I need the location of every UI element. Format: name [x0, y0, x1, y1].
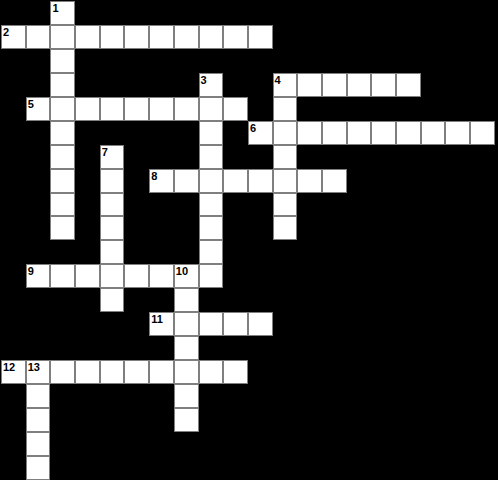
- white-cell-r16c7[interactable]: [174, 384, 199, 408]
- black-cell-r5c7: [174, 121, 199, 145]
- black-cell-r13c12: [297, 312, 322, 336]
- black-cell-r14c12: [297, 336, 322, 360]
- black-cell-r15c16: [396, 360, 421, 384]
- white-cell-r4c4[interactable]: [100, 97, 125, 121]
- black-cell-r2c15: [371, 49, 396, 73]
- black-cell-r12c19: [470, 288, 495, 312]
- black-cell-r9c9: [223, 216, 248, 240]
- white-cell-r10c4[interactable]: [100, 240, 125, 264]
- white-cell-r1c5[interactable]: [124, 25, 149, 49]
- black-cell-r5c4: [100, 121, 125, 145]
- black-cell-r8c1: [26, 193, 51, 217]
- black-cell-r6c14: [347, 145, 372, 169]
- black-cell-r19c6: [149, 456, 174, 480]
- black-cell-r4c17: [421, 97, 446, 121]
- black-cell-r12c9: [223, 288, 248, 312]
- black-cell-r11c18: [445, 264, 470, 288]
- white-cell-r15c8[interactable]: [199, 360, 224, 384]
- white-cell-r4c7[interactable]: [174, 97, 199, 121]
- white-cell-r9c11[interactable]: [273, 216, 298, 240]
- black-cell-r5c1: [26, 121, 51, 145]
- white-cell-r5c2[interactable]: [50, 121, 75, 145]
- black-cell-r6c6: [149, 145, 174, 169]
- white-cell-r7c10[interactable]: [248, 169, 273, 193]
- black-cell-r16c14: [347, 384, 372, 408]
- white-cell-r1c0[interactable]: 2: [1, 25, 26, 49]
- black-cell-r13c16: [396, 312, 421, 336]
- black-cell-r13c13: [322, 312, 347, 336]
- black-cell-r11c15: [371, 264, 396, 288]
- black-cell-r17c5: [124, 408, 149, 432]
- white-cell-r11c2[interactable]: [50, 264, 75, 288]
- black-cell-r8c10: [248, 193, 273, 217]
- white-cell-r12c4[interactable]: [100, 288, 125, 312]
- white-cell-r8c8[interactable]: [199, 193, 224, 217]
- black-cell-r14c18: [445, 336, 470, 360]
- black-cell-r13c1: [26, 312, 51, 336]
- clue-number-1: 1: [52, 2, 58, 14]
- black-cell-r10c14: [347, 240, 372, 264]
- white-cell-r13c8[interactable]: [199, 312, 224, 336]
- white-cell-r15c3[interactable]: [75, 360, 100, 384]
- black-cell-r11c13: [322, 264, 347, 288]
- black-cell-r17c6: [149, 408, 174, 432]
- black-cell-r9c0: [1, 216, 26, 240]
- black-cell-r4c18: [445, 97, 470, 121]
- white-cell-r7c4[interactable]: [100, 169, 125, 193]
- black-cell-r7c18: [445, 169, 470, 193]
- black-cell-r17c17: [421, 408, 446, 432]
- white-cell-r1c4[interactable]: [100, 25, 125, 49]
- black-cell-r8c7: [174, 193, 199, 217]
- white-cell-r7c12[interactable]: [297, 169, 322, 193]
- black-cell-r0c10: [248, 1, 273, 25]
- white-cell-r1c1[interactable]: [26, 25, 51, 49]
- black-cell-r10c17: [421, 240, 446, 264]
- black-cell-r15c14: [347, 360, 372, 384]
- white-cell-r15c9[interactable]: [223, 360, 248, 384]
- white-cell-r11c3[interactable]: [75, 264, 100, 288]
- black-cell-r8c5: [124, 193, 149, 217]
- white-cell-r1c7[interactable]: [174, 25, 199, 49]
- white-cell-r15c6[interactable]: [149, 360, 174, 384]
- white-cell-r7c8[interactable]: [199, 169, 224, 193]
- black-cell-r14c5: [124, 336, 149, 360]
- white-cell-r4c3[interactable]: [75, 97, 100, 121]
- white-cell-r3c2[interactable]: [50, 73, 75, 97]
- black-cell-r8c3: [75, 193, 100, 217]
- black-cell-r3c18: [445, 73, 470, 97]
- white-cell-r5c16[interactable]: [396, 121, 421, 145]
- black-cell-r18c12: [297, 432, 322, 456]
- clue-number-11: 11: [151, 313, 163, 325]
- white-cell-r4c6[interactable]: [149, 97, 174, 121]
- black-cell-r19c5: [124, 456, 149, 480]
- black-cell-r8c13: [322, 193, 347, 217]
- black-cell-r16c19: [470, 384, 495, 408]
- white-cell-r11c1[interactable]: 9: [26, 264, 51, 288]
- black-cell-r14c17: [421, 336, 446, 360]
- black-cell-r10c7: [174, 240, 199, 264]
- clue-number-10: 10: [176, 265, 188, 277]
- white-cell-r0c2[interactable]: 1: [50, 1, 75, 25]
- black-cell-r14c13: [322, 336, 347, 360]
- black-cell-r0c5: [124, 1, 149, 25]
- black-cell-r0c4: [100, 1, 125, 25]
- white-cell-r7c13[interactable]: [322, 169, 347, 193]
- black-cell-r12c6: [149, 288, 174, 312]
- white-cell-r18c1[interactable]: [26, 432, 51, 456]
- black-cell-r9c5: [124, 216, 149, 240]
- black-cell-r17c15: [371, 408, 396, 432]
- black-cell-r5c0: [1, 121, 26, 145]
- black-cell-r16c5: [124, 384, 149, 408]
- black-cell-r11c12: [297, 264, 322, 288]
- white-cell-r5c15[interactable]: [371, 121, 396, 145]
- white-cell-r3c13[interactable]: [322, 73, 347, 97]
- black-cell-r12c12: [297, 288, 322, 312]
- white-cell-r7c7[interactable]: [174, 169, 199, 193]
- clue-number-12: 12: [3, 361, 15, 373]
- black-cell-r18c19: [470, 432, 495, 456]
- white-cell-r13c9[interactable]: [223, 312, 248, 336]
- black-cell-r19c19: [470, 456, 495, 480]
- black-cell-r0c13: [322, 1, 347, 25]
- white-cell-r6c11[interactable]: [273, 145, 298, 169]
- white-cell-r10c8[interactable]: [199, 240, 224, 264]
- white-cell-r17c7[interactable]: [174, 408, 199, 432]
- black-cell-r19c14: [347, 456, 372, 480]
- black-cell-r4c0: [1, 97, 26, 121]
- black-cell-r1c13: [322, 25, 347, 49]
- white-cell-r4c1[interactable]: 5: [26, 97, 51, 121]
- black-cell-r11c16: [396, 264, 421, 288]
- black-cell-r19c13: [322, 456, 347, 480]
- white-cell-r7c6[interactable]: 8: [149, 169, 174, 193]
- black-cell-r8c9: [223, 193, 248, 217]
- black-cell-r1c18: [445, 25, 470, 49]
- black-cell-r19c2: [50, 456, 75, 480]
- black-cell-r13c19: [470, 312, 495, 336]
- black-cell-r10c9: [223, 240, 248, 264]
- black-cell-r4c14: [347, 97, 372, 121]
- black-cell-r10c12: [297, 240, 322, 264]
- black-cell-r1c11: [273, 25, 298, 49]
- white-cell-r15c4[interactable]: [100, 360, 125, 384]
- white-cell-r5c13[interactable]: [322, 121, 347, 145]
- black-cell-r6c19: [470, 145, 495, 169]
- black-cell-r18c17: [421, 432, 446, 456]
- white-cell-r19c1[interactable]: [26, 456, 51, 480]
- black-cell-r13c4: [100, 312, 125, 336]
- white-cell-r9c2[interactable]: [50, 216, 75, 240]
- black-cell-r0c7: [174, 1, 199, 25]
- black-cell-r5c9: [223, 121, 248, 145]
- black-cell-r7c1: [26, 169, 51, 193]
- black-cell-r17c18: [445, 408, 470, 432]
- black-cell-r13c14: [347, 312, 372, 336]
- white-cell-r1c9[interactable]: [223, 25, 248, 49]
- white-cell-r4c2[interactable]: [50, 97, 75, 121]
- black-cell-r10c11: [273, 240, 298, 264]
- clue-number-6: 6: [250, 122, 256, 134]
- white-cell-r4c5[interactable]: [124, 97, 149, 121]
- black-cell-r17c16: [396, 408, 421, 432]
- clue-number-13: 13: [28, 361, 40, 373]
- black-cell-r18c9: [223, 432, 248, 456]
- black-cell-r1c15: [371, 25, 396, 49]
- white-cell-r5c18[interactable]: [445, 121, 470, 145]
- black-cell-r2c9: [223, 49, 248, 73]
- black-cell-r1c14: [347, 25, 372, 49]
- black-cell-r13c3: [75, 312, 100, 336]
- white-cell-r3c8[interactable]: 3: [199, 73, 224, 97]
- black-cell-r15c13: [322, 360, 347, 384]
- black-cell-r4c13: [322, 97, 347, 121]
- white-cell-r1c10[interactable]: [248, 25, 273, 49]
- white-cell-r11c5[interactable]: [124, 264, 149, 288]
- black-cell-r14c8: [199, 336, 224, 360]
- black-cell-r2c16: [396, 49, 421, 73]
- black-cell-r18c16: [396, 432, 421, 456]
- black-cell-r14c16: [396, 336, 421, 360]
- black-cell-r16c11: [273, 384, 298, 408]
- black-cell-r13c5: [124, 312, 149, 336]
- black-cell-r16c6: [149, 384, 174, 408]
- black-cell-r2c19: [470, 49, 495, 73]
- black-cell-r8c16: [396, 193, 421, 217]
- black-cell-r2c17: [421, 49, 446, 73]
- white-cell-r5c19[interactable]: [470, 121, 495, 145]
- black-cell-r0c3: [75, 1, 100, 25]
- black-cell-r8c18: [445, 193, 470, 217]
- white-cell-r4c8[interactable]: [199, 97, 224, 121]
- black-cell-r19c18: [445, 456, 470, 480]
- white-cell-r2c2[interactable]: [50, 49, 75, 73]
- white-cell-r15c2[interactable]: [50, 360, 75, 384]
- black-cell-r9c1: [26, 216, 51, 240]
- black-cell-r10c10: [248, 240, 273, 264]
- black-cell-r8c12: [297, 193, 322, 217]
- black-cell-r11c11: [273, 264, 298, 288]
- black-cell-r0c12: [297, 1, 322, 25]
- black-cell-r4c16: [396, 97, 421, 121]
- black-cell-r10c1: [26, 240, 51, 264]
- black-cell-r18c7: [174, 432, 199, 456]
- black-cell-r2c10: [248, 49, 273, 73]
- black-cell-r12c1: [26, 288, 51, 312]
- white-cell-r15c0[interactable]: 12: [1, 360, 26, 384]
- black-cell-r1c16: [396, 25, 421, 49]
- black-cell-r0c14: [347, 1, 372, 25]
- black-cell-r14c15: [371, 336, 396, 360]
- black-cell-r19c7: [174, 456, 199, 480]
- clue-number-4: 4: [275, 74, 281, 86]
- black-cell-r13c15: [371, 312, 396, 336]
- clue-number-7: 7: [102, 146, 108, 158]
- black-cell-r3c7: [174, 73, 199, 97]
- black-cell-r12c0: [1, 288, 26, 312]
- black-cell-r17c4: [100, 408, 125, 432]
- white-cell-r4c9[interactable]: [223, 97, 248, 121]
- black-cell-r14c1: [26, 336, 51, 360]
- white-cell-r3c14[interactable]: [347, 73, 372, 97]
- white-cell-r11c6[interactable]: [149, 264, 174, 288]
- black-cell-r18c0: [1, 432, 26, 456]
- black-cell-r14c3: [75, 336, 100, 360]
- clue-number-8: 8: [151, 170, 157, 182]
- white-cell-r5c12[interactable]: [297, 121, 322, 145]
- black-cell-r2c12: [297, 49, 322, 73]
- white-cell-r1c2[interactable]: [50, 25, 75, 49]
- white-cell-r1c8[interactable]: [199, 25, 224, 49]
- black-cell-r2c1: [26, 49, 51, 73]
- black-cell-r14c6: [149, 336, 174, 360]
- black-cell-r11c0: [1, 264, 26, 288]
- white-cell-r1c3[interactable]: [75, 25, 100, 49]
- black-cell-r19c11: [273, 456, 298, 480]
- black-cell-r0c0: [1, 1, 26, 25]
- black-cell-r2c8: [199, 49, 224, 73]
- black-cell-r6c3: [75, 145, 100, 169]
- black-cell-r18c15: [371, 432, 396, 456]
- white-cell-r17c1[interactable]: [26, 408, 51, 432]
- black-cell-r19c10: [248, 456, 273, 480]
- white-cell-r6c8[interactable]: [199, 145, 224, 169]
- black-cell-r4c19: [470, 97, 495, 121]
- black-cell-r14c4: [100, 336, 125, 360]
- white-cell-r3c11[interactable]: 4: [273, 73, 298, 97]
- white-cell-r5c10[interactable]: 6: [248, 121, 273, 145]
- white-cell-r6c2[interactable]: [50, 145, 75, 169]
- black-cell-r3c0: [1, 73, 26, 97]
- black-cell-r0c8: [199, 1, 224, 25]
- black-cell-r15c12: [297, 360, 322, 384]
- black-cell-r0c9: [223, 1, 248, 25]
- black-cell-r1c12: [297, 25, 322, 49]
- white-cell-r7c2[interactable]: [50, 169, 75, 193]
- black-cell-r11c17: [421, 264, 446, 288]
- black-cell-r6c17: [421, 145, 446, 169]
- black-cell-r9c16: [396, 216, 421, 240]
- white-cell-r4c11[interactable]: [273, 97, 298, 121]
- white-cell-r15c7[interactable]: [174, 360, 199, 384]
- black-cell-r18c4: [100, 432, 125, 456]
- white-cell-r9c8[interactable]: [199, 216, 224, 240]
- black-cell-r13c11: [273, 312, 298, 336]
- white-cell-r12c7[interactable]: [174, 288, 199, 312]
- white-cell-r7c11[interactable]: [273, 169, 298, 193]
- black-cell-r10c19: [470, 240, 495, 264]
- black-cell-r16c16: [396, 384, 421, 408]
- black-cell-r14c0: [1, 336, 26, 360]
- black-cell-r19c0: [1, 456, 26, 480]
- white-cell-r13c6[interactable]: 11: [149, 312, 174, 336]
- black-cell-r8c0: [1, 193, 26, 217]
- black-cell-r14c2: [50, 336, 75, 360]
- white-cell-r3c12[interactable]: [297, 73, 322, 97]
- black-cell-r17c0: [1, 408, 26, 432]
- black-cell-r7c3: [75, 169, 100, 193]
- black-cell-r6c13: [322, 145, 347, 169]
- black-cell-r10c3: [75, 240, 100, 264]
- white-cell-r11c8[interactable]: [199, 264, 224, 288]
- white-cell-r13c10[interactable]: [248, 312, 273, 336]
- black-cell-r12c16: [396, 288, 421, 312]
- white-cell-r8c11[interactable]: [273, 193, 298, 217]
- black-cell-r17c2: [50, 408, 75, 432]
- black-cell-r2c14: [347, 49, 372, 73]
- white-cell-r11c4[interactable]: [100, 264, 125, 288]
- black-cell-r18c14: [347, 432, 372, 456]
- white-cell-r3c15[interactable]: [371, 73, 396, 97]
- black-cell-r18c6: [149, 432, 174, 456]
- white-cell-r11c7[interactable]: 10: [174, 264, 199, 288]
- black-cell-r16c17: [421, 384, 446, 408]
- black-cell-r18c3: [75, 432, 100, 456]
- white-cell-r5c11[interactable]: [273, 121, 298, 145]
- black-cell-r18c5: [124, 432, 149, 456]
- white-cell-r8c2[interactable]: [50, 193, 75, 217]
- black-cell-r4c12: [297, 97, 322, 121]
- black-cell-r6c1: [26, 145, 51, 169]
- white-cell-r1c6[interactable]: [149, 25, 174, 49]
- black-cell-r6c9: [223, 145, 248, 169]
- black-cell-r12c10: [248, 288, 273, 312]
- black-cell-r3c6: [149, 73, 174, 97]
- black-cell-r5c3: [75, 121, 100, 145]
- black-cell-r5c6: [149, 121, 174, 145]
- black-cell-r15c18: [445, 360, 470, 384]
- black-cell-r12c5: [124, 288, 149, 312]
- black-cell-r19c9: [223, 456, 248, 480]
- white-cell-r6c4[interactable]: 7: [100, 145, 125, 169]
- clue-number-3: 3: [201, 74, 207, 86]
- black-cell-r11c10: [248, 264, 273, 288]
- white-cell-r5c8[interactable]: [199, 121, 224, 145]
- white-cell-r8c4[interactable]: [100, 193, 125, 217]
- black-cell-r18c8: [199, 432, 224, 456]
- black-cell-r10c16: [396, 240, 421, 264]
- white-cell-r7c9[interactable]: [223, 169, 248, 193]
- black-cell-r3c10: [248, 73, 273, 97]
- black-cell-r9c19: [470, 216, 495, 240]
- white-cell-r15c1[interactable]: 13: [26, 360, 51, 384]
- black-cell-r6c7: [174, 145, 199, 169]
- white-cell-r5c14[interactable]: [347, 121, 372, 145]
- black-cell-r7c15: [371, 169, 396, 193]
- white-cell-r5c17[interactable]: [421, 121, 446, 145]
- white-cell-r15c5[interactable]: [124, 360, 149, 384]
- black-cell-r10c5: [124, 240, 149, 264]
- black-cell-r12c13: [322, 288, 347, 312]
- black-cell-r16c9: [223, 384, 248, 408]
- black-cell-r19c16: [396, 456, 421, 480]
- white-cell-r16c1[interactable]: [26, 384, 51, 408]
- black-cell-r6c15: [371, 145, 396, 169]
- white-cell-r9c4[interactable]: [100, 216, 125, 240]
- black-cell-r18c2: [50, 432, 75, 456]
- black-cell-r2c4: [100, 49, 125, 73]
- black-cell-r12c15: [371, 288, 396, 312]
- black-cell-r9c10: [248, 216, 273, 240]
- black-cell-r3c5: [124, 73, 149, 97]
- white-cell-r13c7[interactable]: [174, 312, 199, 336]
- white-cell-r14c7[interactable]: [174, 336, 199, 360]
- black-cell-r3c1: [26, 73, 51, 97]
- white-cell-r3c16[interactable]: [396, 73, 421, 97]
- black-cell-r16c8: [199, 384, 224, 408]
